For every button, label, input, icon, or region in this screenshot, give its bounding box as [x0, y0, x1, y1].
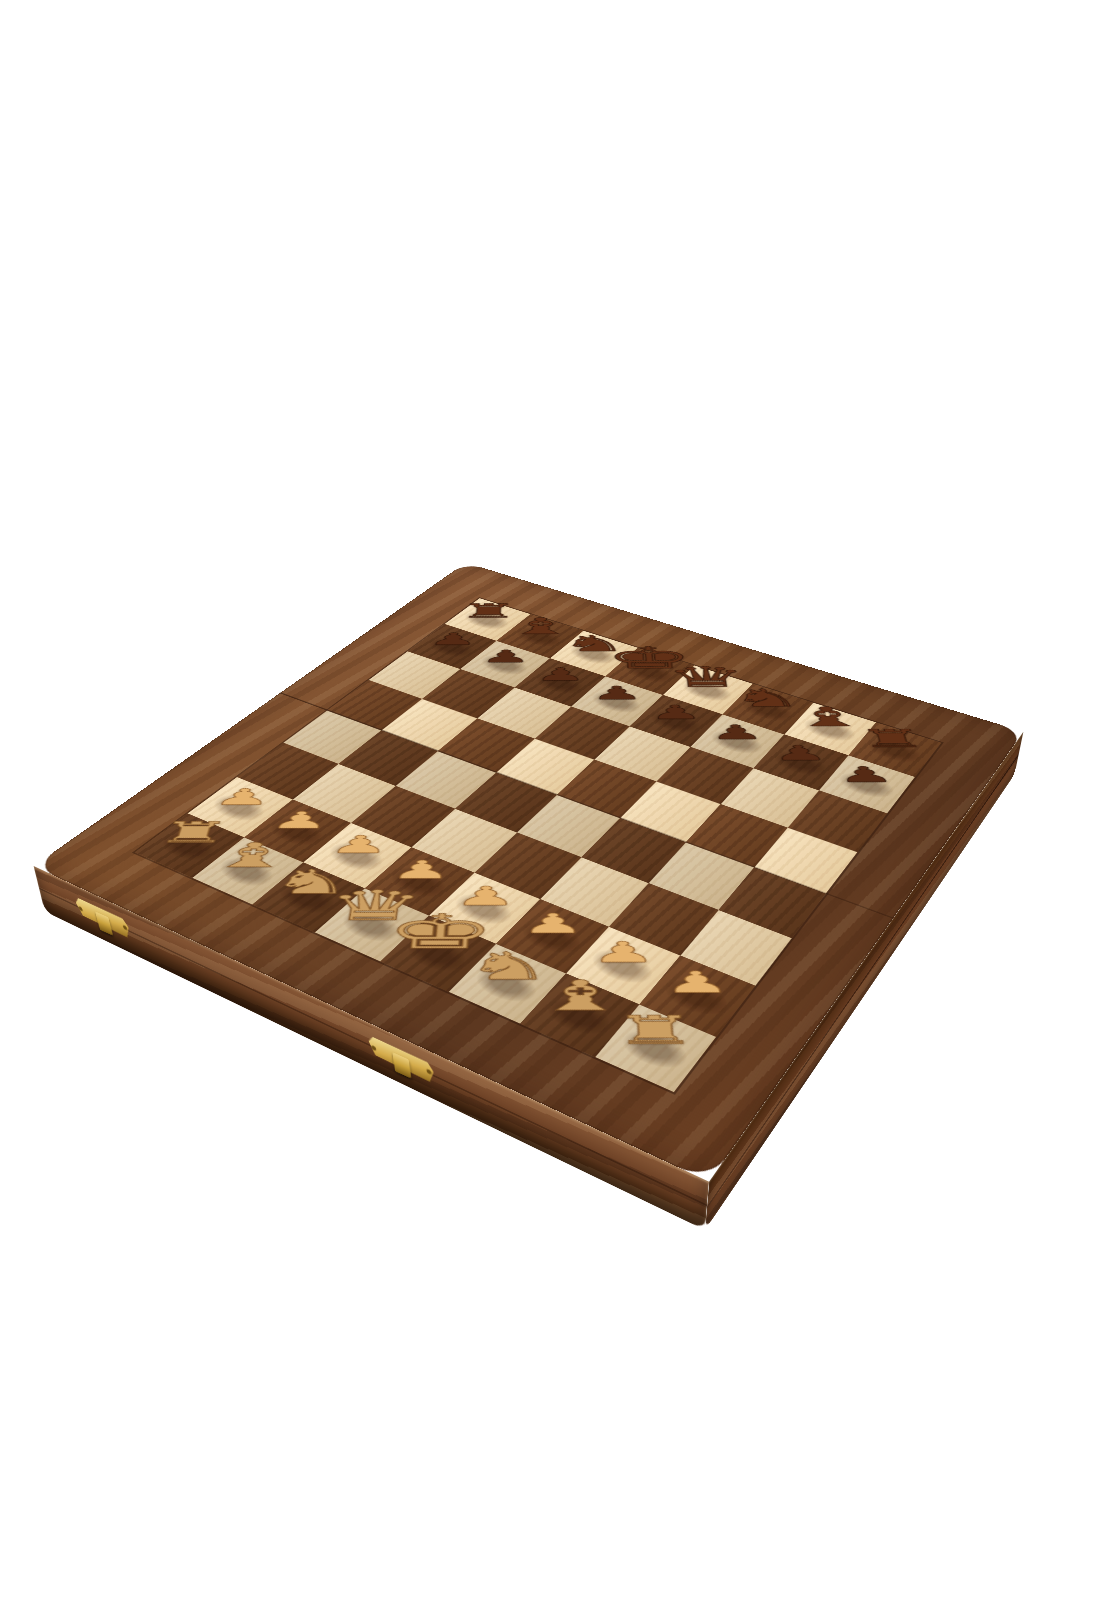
black-bishop: ♝ [506, 615, 574, 637]
white-pawn: ♟ [268, 808, 332, 831]
black-pawn: ♟ [534, 665, 586, 683]
white-rook: ♜ [153, 818, 234, 847]
white-pawn: ♟ [662, 967, 732, 997]
white-pawn: ♟ [590, 938, 657, 966]
photo-scene: ♜♝♞♚♛♞♝♜♟♟♟♟♟♟♟♟♟♟♟♟♟♟♟♟♜♝♞♛♚♞♝♜ [0, 0, 1103, 1600]
white-rook: ♜ [612, 1010, 699, 1049]
board-grid: ♜♝♞♚♛♞♝♜♟♟♟♟♟♟♟♟♟♟♟♟♟♟♟♟♜♝♞♛♚♞♝♜ [135, 598, 941, 1092]
white-bishop: ♝ [533, 974, 627, 1016]
white-pawn: ♟ [389, 857, 453, 882]
square-a3 [237, 743, 339, 800]
black-pawn: ♟ [427, 630, 478, 647]
black-pawn: ♟ [648, 702, 703, 721]
product-photo: ♜♝♞♚♛♞♝♜♟♟♟♟♟♟♟♟♟♟♟♟♟♟♟♟♜♝♞♛♚♞♝♜ [0, 0, 1103, 1600]
white-knight: ♞ [268, 865, 355, 899]
white-pawn: ♟ [211, 785, 274, 807]
black-pawn: ♟ [834, 763, 896, 784]
board-top-surface: ♜♝♞♚♛♞♝♜♟♟♟♟♟♟♟♟♟♟♟♟♟♟♟♟♜♝♞♛♚♞♝♜ [34, 563, 1024, 1182]
white-pawn: ♟ [521, 909, 585, 936]
black-pawn: ♟ [480, 647, 531, 664]
white-pawn: ♟ [327, 832, 391, 856]
black-pawn: ♟ [590, 683, 643, 701]
black-pawn: ♟ [770, 742, 830, 763]
white-knight: ♞ [464, 947, 552, 985]
black-queen: ♛ [665, 663, 750, 691]
black-pawn: ♟ [708, 722, 766, 742]
black-bishop: ♝ [788, 703, 868, 729]
chess-board: ♜♝♞♚♛♞♝♜♟♟♟♟♟♟♟♟♟♟♟♟♟♟♟♟♜♝♞♛♚♞♝♜ [34, 563, 1024, 1182]
white-bishop: ♝ [206, 838, 297, 872]
black-rook: ♜ [855, 726, 929, 750]
white-pawn: ♟ [453, 883, 517, 909]
